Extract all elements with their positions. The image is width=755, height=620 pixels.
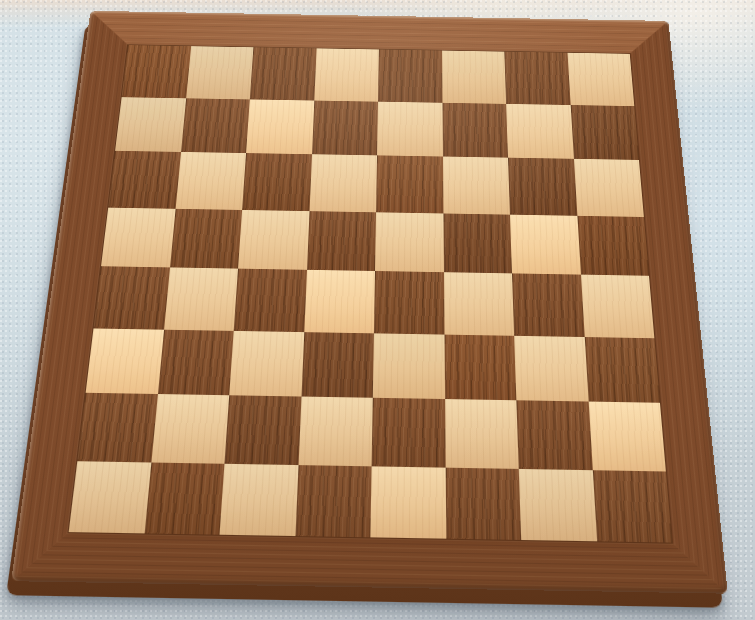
square-r5c4[interactable] — [304, 270, 375, 333]
square-r1c6[interactable] — [442, 51, 507, 104]
board-grid — [69, 45, 672, 543]
square-r6c4[interactable] — [301, 332, 374, 398]
square-r2c6[interactable] — [442, 102, 508, 157]
square-r7c7[interactable] — [516, 400, 592, 469]
square-r4c1[interactable] — [101, 207, 175, 267]
square-r6c7[interactable] — [514, 335, 588, 401]
square-r8c3[interactable] — [220, 463, 299, 536]
square-r6c3[interactable] — [229, 330, 304, 396]
square-r3c6[interactable] — [442, 157, 509, 215]
square-r5c3[interactable] — [234, 269, 307, 332]
square-r3c1[interactable] — [108, 151, 180, 209]
square-r7c5[interactable] — [372, 398, 446, 467]
square-r4c6[interactable] — [443, 213, 512, 273]
square-r3c3[interactable] — [242, 153, 311, 211]
square-r7c2[interactable] — [151, 394, 229, 463]
square-r8c4[interactable] — [295, 465, 372, 538]
square-r4c2[interactable] — [170, 208, 243, 268]
square-r3c7[interactable] — [508, 158, 577, 216]
square-r1c2[interactable] — [186, 46, 254, 99]
square-r6c8[interactable] — [584, 337, 660, 403]
square-r2c2[interactable] — [181, 98, 250, 153]
square-r2c8[interactable] — [570, 105, 639, 160]
square-r4c8[interactable] — [577, 215, 649, 275]
square-r5c6[interactable] — [443, 272, 514, 335]
square-r7c6[interactable] — [445, 399, 519, 468]
square-r6c2[interactable] — [157, 329, 233, 395]
square-r3c4[interactable] — [309, 154, 377, 212]
square-r4c3[interactable] — [238, 210, 309, 270]
square-r4c4[interactable] — [307, 211, 377, 271]
square-r7c4[interactable] — [298, 397, 373, 466]
square-r1c7[interactable] — [504, 52, 570, 105]
square-r1c8[interactable] — [567, 53, 634, 106]
square-r1c3[interactable] — [250, 47, 316, 100]
square-r5c5[interactable] — [374, 271, 444, 334]
square-r1c4[interactable] — [314, 48, 379, 101]
square-r8c1[interactable] — [69, 461, 151, 534]
square-r5c2[interactable] — [164, 267, 238, 330]
square-r3c8[interactable] — [573, 159, 643, 217]
square-r8c7[interactable] — [519, 468, 597, 541]
square-r8c2[interactable] — [144, 462, 224, 535]
square-r3c2[interactable] — [175, 152, 246, 210]
square-r5c8[interactable] — [580, 275, 654, 338]
square-r6c6[interactable] — [444, 334, 516, 400]
square-r4c5[interactable] — [375, 212, 443, 272]
square-r5c1[interactable] — [94, 266, 170, 329]
square-r2c5[interactable] — [377, 101, 442, 156]
square-r1c1[interactable] — [122, 45, 191, 98]
square-r2c7[interactable] — [506, 104, 573, 159]
square-r8c8[interactable] — [592, 470, 672, 543]
square-r2c3[interactable] — [246, 99, 314, 154]
square-r2c4[interactable] — [312, 100, 378, 155]
square-r7c1[interactable] — [77, 393, 157, 462]
square-r7c8[interactable] — [588, 402, 666, 471]
square-r2c1[interactable] — [115, 97, 186, 152]
square-r3c5[interactable] — [376, 155, 443, 213]
square-r6c1[interactable] — [86, 328, 164, 394]
square-r8c6[interactable] — [445, 467, 521, 540]
chessboard — [11, 11, 728, 594]
square-r4c7[interactable] — [510, 214, 581, 274]
square-r8c5[interactable] — [370, 466, 445, 539]
photo-scene — [0, 0, 755, 620]
square-r1c5[interactable] — [378, 49, 442, 102]
square-r5c7[interactable] — [512, 273, 584, 336]
square-r6c5[interactable] — [373, 333, 445, 399]
square-r7c3[interactable] — [224, 395, 301, 464]
